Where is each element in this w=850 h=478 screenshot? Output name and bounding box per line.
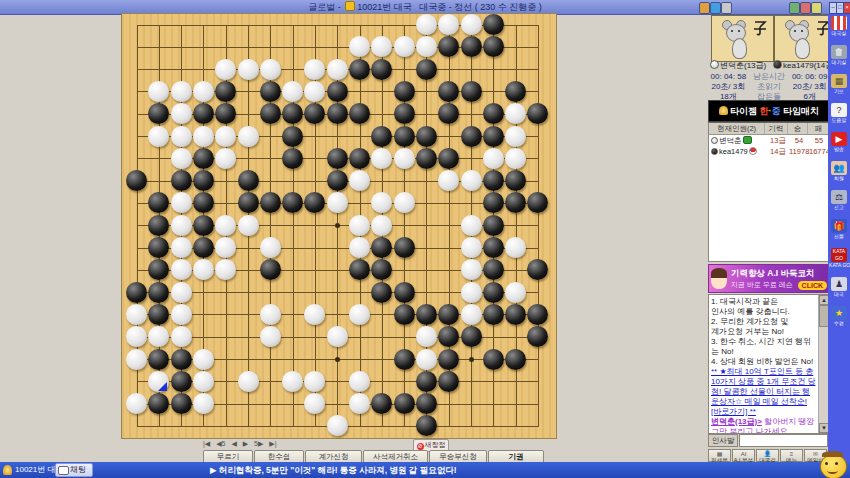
roster-row[interactable]: 변덕춘 13급 54 55 [709,135,829,146]
black-stone-icon [711,148,718,155]
grid-line [538,25,539,427]
black-stone [483,14,504,35]
black-stone [148,237,169,258]
white-stone [461,170,482,191]
white-stone [416,36,437,57]
byoyomi-label: 초읽기 [749,82,790,91]
black-stone [505,170,526,191]
black-stone [148,259,169,280]
player-icon: ♟ [831,277,847,291]
white-stone [126,326,147,347]
white-stone [260,237,281,258]
ad-click-button[interactable]: CLICK [798,281,827,290]
shortcut-gift[interactable]: 🎁선물 [828,219,850,246]
white-stone [238,371,259,392]
white-stone [171,282,192,303]
black-stone [148,103,169,124]
titlebar-user-icon[interactable] [699,2,710,14]
black-stone [148,282,169,303]
mouse-eye-icon [738,30,740,32]
move-navigation: |◀ ◀5 ◀ ▶ 5▶ ▶| [203,440,281,448]
trophy-icon [719,106,728,115]
white-stone [371,192,392,213]
white-stone [416,326,437,347]
white-stone [238,126,259,147]
star-point [469,357,474,362]
black-stone [483,103,504,124]
white-stone [461,304,482,325]
nav-forward-button[interactable]: ▶ [243,440,248,447]
white-stone [461,237,482,258]
roster-row[interactable]: kea1479 14급 11978 16774 [709,146,829,157]
white-stone [126,304,147,325]
notice-line: 1. 대국시작과 끝은 [711,297,817,307]
black-stone [215,81,236,102]
notice-line: 2. 무리한 계가요청 및 [711,317,817,327]
black-stone [371,59,392,80]
go-board[interactable] [122,14,556,438]
play-icon: ▶ [831,132,847,146]
black-stone [483,126,504,147]
shortcut-lobby[interactable]: 🗑대기실 [828,45,850,72]
black-stone [438,36,459,57]
black-stone [148,192,169,213]
white-stone [260,59,281,80]
black-stone [416,126,437,147]
black-stone [461,36,482,57]
black-stone [527,326,548,347]
black-stone [193,237,214,258]
black-stone [438,371,459,392]
black-time: 00: 06: 09 [789,72,830,81]
avatar-white-player [711,15,774,62]
black-stone [171,393,192,414]
black-stone [483,282,504,303]
member-badge-icon [743,136,752,144]
white-stone [215,237,236,258]
shortcut-video[interactable]: ▶방송 [828,132,850,159]
white-stone [193,259,214,280]
shortcut-play[interactable]: ♟대국 [828,277,850,304]
white-stone [171,126,192,147]
black-stone [371,126,392,147]
black-stone [215,103,236,124]
go-board-icon: ▦ [831,74,847,88]
white-stone [349,36,370,57]
ad-character-icon [711,268,727,289]
titlebar-tool-icon[interactable] [721,2,732,14]
black-stone [438,326,459,347]
black-stone [349,259,370,280]
white-stone [171,326,192,347]
trophy-icon [345,1,355,11]
black-stone [171,170,192,191]
white-stone [304,304,325,325]
white-stone [304,393,325,414]
white-stone [327,59,348,80]
black-stone-icon [773,60,782,69]
black-stone [148,349,169,370]
white-stone [260,304,281,325]
white-stone [260,326,281,347]
chat-tab[interactable]: 채팅 [55,463,93,477]
black-byoyomi: 20초/ 3회 [789,82,830,91]
desktop-icon-strip: 대국실 🗑대기실 ▦기보 ?도움말 ▶방송 👥회원 ⚖신고 🎁선물 KATAGO… [828,14,850,462]
black-stone [193,215,214,236]
black-stone [483,237,504,258]
white-stone [505,148,526,169]
star-icon: ★ [831,306,847,320]
white-stone [304,371,325,392]
close-button[interactable]: × [843,2,850,14]
mascot-smiley-icon[interactable] [820,454,847,478]
mouse-body-icon [732,38,747,59]
black-stone [148,393,169,414]
shortcut-room[interactable]: 대국실 [828,16,850,43]
chat-area[interactable]: 1. 대국시작과 끝은 인사의 예를 갖춥니다. 2. 무리한 계가요청 및 계… [708,294,830,434]
white-stone [349,304,370,325]
chat-input[interactable] [739,434,828,447]
white-stone [193,371,214,392]
black-stone [438,349,459,370]
trash-icon: 🗑 [831,45,847,59]
chat-message: 변덕춘(13급)> 할아버지 땡깡 그만 부리고 나가세요 [711,417,817,434]
white-byoyomi: 20초/ 3회 [708,82,749,91]
black-stone [327,148,348,169]
people-icon: 👥 [831,161,847,175]
black-stone [505,192,526,213]
white-stone [394,36,415,57]
black-stone [394,349,415,370]
hanja-ja-glyph [752,20,768,36]
shortcut-help[interactable]: ?도움말 [828,103,850,130]
black-stone [349,148,370,169]
white-stone [126,349,147,370]
black-player-name: kea1479(14급) [773,60,836,71]
black-stone [327,81,348,102]
white-stone [304,81,325,102]
white-stone [461,14,482,35]
white-stone [349,371,370,392]
game-info-panel: 00: 04: 58 남은시간 00: 06: 09 20초/ 3회 초읽기 2… [708,72,830,102]
white-stone [215,148,236,169]
black-stone [238,192,259,213]
white-stone-icon [711,137,718,144]
black-stone [260,81,281,102]
black-stone [371,393,392,414]
white-stone [193,81,214,102]
white-stone [505,103,526,124]
black-stone [505,349,526,370]
black-stone [148,215,169,236]
star-point [335,357,340,362]
member-badge-icon [749,147,757,155]
black-stone [505,81,526,102]
black-stone [527,103,548,124]
black-stone [416,148,437,169]
white-stone [148,326,169,347]
white-stone [349,393,370,414]
black-stone [349,103,370,124]
black-stone [416,59,437,80]
black-stone [394,393,415,414]
territory-analysis-button[interactable]: ▦형세분석 [708,449,731,462]
white-stone [416,14,437,35]
white-stone [505,126,526,147]
white-stone [193,349,214,370]
black-stone [416,393,437,414]
mouse-body-icon [795,38,810,59]
white-stone [171,237,192,258]
nav-back-button[interactable]: ◀ [231,440,236,447]
white-stone [371,148,392,169]
black-stone [371,282,392,303]
no-entry-icon: ⊘ [417,443,424,450]
black-stone [505,304,526,325]
sidebar-toolbar: ▦형세분석 AIA.I 분석 👤대국검토 ≡메뉴 ✉메일하기 [708,449,828,462]
black-stone [282,148,303,169]
black-stone [371,259,392,280]
white-stone [148,81,169,102]
white-player-name: 변덕춘(13급) [710,60,766,71]
white-stone [394,192,415,213]
white-stone [171,192,192,213]
black-stone [461,81,482,102]
white-stone [349,170,370,191]
shortcut-report[interactable]: ⚖신고 [828,190,850,217]
shortcut-katago[interactable]: KATAGOKATA GO [828,248,850,275]
titlebar-shortcut3-icon[interactable] [811,2,822,14]
mouse-eye-icon [801,30,803,32]
white-stone [215,126,236,147]
black-stone [461,326,482,347]
shortcut-kifu[interactable]: ▦기보 [828,74,850,101]
room-roster-table: 현재인원(2) 기력 승 패 변덕춘 13급 54 55 kea1479 14급… [708,122,830,262]
star-point [335,223,340,228]
time-label: 남은시간 [749,72,790,81]
black-stone [282,126,303,147]
game-review-button[interactable]: 👤대국검토 [756,449,779,462]
white-stone [215,59,236,80]
white-stone [193,126,214,147]
white-stone [461,282,482,303]
shortcut-training[interactable]: ★수련 [828,306,850,333]
black-stone [304,192,325,213]
black-stone [461,126,482,147]
nav-forward5-button[interactable]: 5▶ [254,440,263,447]
mouse-eye-icon [794,30,796,32]
white-stone-icon [710,60,719,69]
white-stone [238,59,259,80]
white-time: 00: 04: 58 [708,72,749,81]
white-stone [438,170,459,191]
notice-line: 인사의 예를 갖춥니다. [711,307,817,317]
black-stone [193,170,214,191]
event-banner[interactable]: 타이젬 한·중 타임매치 [708,100,830,122]
black-stone [394,282,415,303]
white-stone [349,215,370,236]
white-stone [505,282,526,303]
title-bar[interactable]: 글로벌 - 10021번 대국 대국중 - 정선 ( 230 수 진행중 ) –… [0,0,850,15]
white-stone [126,393,147,414]
black-stone [438,81,459,102]
black-stone [394,103,415,124]
black-stone [394,237,415,258]
white-stone [327,192,348,213]
black-stone [260,103,281,124]
menu-button[interactable]: ≡메뉴 [780,449,803,462]
black-stone [282,192,303,213]
black-stone [416,304,437,325]
black-stone [483,259,504,280]
white-stone [215,259,236,280]
black-stone [126,282,147,303]
white-stone [461,215,482,236]
titlebar-shortcut1-icon[interactable] [789,2,800,14]
black-stone [171,349,192,370]
marquee-ad-text[interactable]: ▶ 허리협착증, 5분만 "이것" 해라! 통증 사라져, 병원 갈 필요없다! [210,462,456,478]
white-stone [171,81,192,102]
black-stone [148,304,169,325]
black-stone [483,192,504,213]
shortcut-members[interactable]: 👥회원 [828,161,850,188]
greeting-dropdown[interactable]: 인사말 [708,434,738,447]
black-stone [438,304,459,325]
black-stone [126,170,147,191]
white-stone [416,349,437,370]
notice-line: 계가요청 거부는 No! [711,327,817,337]
black-stone [327,170,348,191]
white-stone [461,259,482,280]
tygem-go-client-window: 글로벌 - 10021번 대국 대국중 - 정선 ( 230 수 진행중 ) –… [0,0,850,478]
black-stone [394,126,415,147]
white-stone [282,81,303,102]
black-stone [416,415,437,436]
white-stone [171,259,192,280]
chat-input-row: 인사말 [708,434,828,447]
white-stone [371,36,392,57]
white-stone [327,415,348,436]
black-stone [394,81,415,102]
gift-icon: 🎁 [831,219,847,233]
black-stone [416,371,437,392]
black-stone [193,103,214,124]
last-move-marker [158,382,167,391]
nav-last-button[interactable]: ▶| [269,440,276,447]
white-stone [483,148,504,169]
nav-first-button[interactable]: |◀ [203,440,210,447]
black-stone [438,148,459,169]
black-stone [483,36,504,57]
event-link-text[interactable]: ** ★최대 10억 T포인트 등 총 10가지 상품 중 1개 무조건 당첨!… [711,367,817,417]
black-stone [238,170,259,191]
titlebar-shortcut2-icon[interactable] [800,2,811,14]
notice-line: 4. 상대 회원 비하 발언은 No! [711,357,817,367]
katago-icon: KATAGO [831,248,847,262]
black-stone [527,192,548,213]
black-stone [193,192,214,213]
notice-line: 3. 한수 취소, 시간 지연 행위는 No! [711,337,817,357]
black-stone [483,349,504,370]
black-stone [394,304,415,325]
black-stone [483,304,504,325]
white-stone [238,215,259,236]
titlebar-coin-icon[interactable] [710,2,721,14]
white-stone [171,148,192,169]
help-icon: ? [831,103,847,117]
black-stone [260,259,281,280]
white-stone [438,14,459,35]
black-stone [171,371,192,392]
black-stone [349,59,370,80]
white-stone [282,371,303,392]
white-stone [327,326,348,347]
white-stone [215,215,236,236]
black-stone [371,237,392,258]
white-stone [371,215,392,236]
white-stone [349,237,370,258]
white-stone [304,59,325,80]
white-stone [505,237,526,258]
white-stone [171,304,192,325]
black-stone [438,103,459,124]
trophy-icon [3,465,12,475]
black-stone [527,304,548,325]
store-icon [831,16,847,30]
white-stone [148,126,169,147]
black-stone [260,192,281,213]
black-stone [483,215,504,236]
roster-header: 현재인원(2) 기력 승 패 [709,123,829,135]
white-stone [193,393,214,414]
mouse-eye-icon [731,30,733,32]
black-stone [282,103,303,124]
black-stone [483,170,504,191]
mascot-hat-icon [822,451,843,457]
ai-analysis-button[interactable]: AIA.I 분석 [732,449,755,462]
status-bar: 10021번 대국 채팅 ▶ 허리협착증, 5분만 "이것" 해라! 통증 사라… [0,462,850,478]
gavel-icon: ⚖ [831,190,847,204]
white-stone [171,215,192,236]
black-stone [304,103,325,124]
white-stone [171,103,192,124]
black-stone [327,103,348,124]
nav-back5-button[interactable]: ◀5 [216,440,225,447]
ai-coach-ad-banner[interactable]: 기력향상 A.I 바둑코치 지금 바로 무료 레슨 CLICK [708,264,830,293]
white-stone [394,148,415,169]
black-stone [193,148,214,169]
black-stone [527,259,548,280]
